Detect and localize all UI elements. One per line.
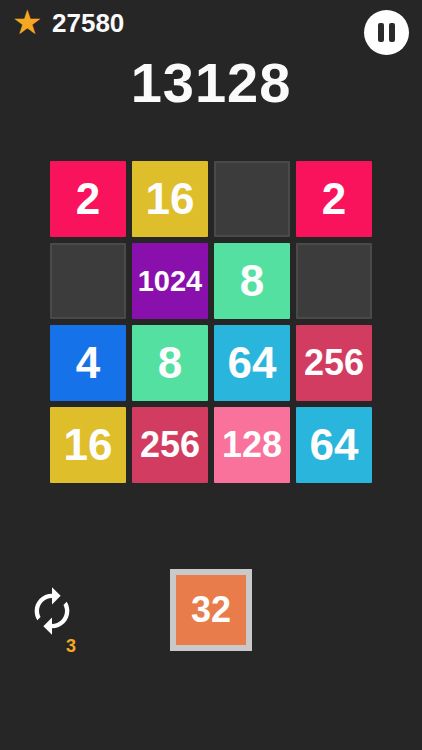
tile-16-r4c1[interactable]: 16 xyxy=(50,407,126,483)
tile-1024-r2c2[interactable]: 1024 xyxy=(132,243,208,319)
empty-cell-r2c4[interactable] xyxy=(296,243,372,319)
tile-8-r2c3[interactable]: 8 xyxy=(214,243,290,319)
refresh-button[interactable] xyxy=(26,585,78,637)
pause-icon xyxy=(378,23,395,42)
next-tile-value: 32 xyxy=(191,589,231,631)
tile-16-r1c2[interactable]: 16 xyxy=(132,161,208,237)
empty-cell-r2c1[interactable] xyxy=(50,243,126,319)
tile-256-r4c2[interactable]: 256 xyxy=(132,407,208,483)
tile-8-r3c2[interactable]: 8 xyxy=(132,325,208,401)
current-score: 13128 xyxy=(0,50,422,115)
empty-cell-r1c3[interactable] xyxy=(214,161,290,237)
pause-button[interactable] xyxy=(364,10,409,55)
tile-2-r1c4[interactable]: 2 xyxy=(296,161,372,237)
star-icon: ★ xyxy=(12,2,42,42)
next-tile[interactable]: 32 xyxy=(170,569,252,651)
tile-64-r3c3[interactable]: 64 xyxy=(214,325,290,401)
refresh-count-badge: 3 xyxy=(66,636,76,657)
best-score-label: 27580 xyxy=(52,8,124,39)
tile-64-r4c4[interactable]: 64 xyxy=(296,407,372,483)
tile-2-r1c1[interactable]: 2 xyxy=(50,161,126,237)
tile-256-r3c4[interactable]: 256 xyxy=(296,325,372,401)
tile-4-r3c1[interactable]: 4 xyxy=(50,325,126,401)
tile-128-r4c3[interactable]: 128 xyxy=(214,407,290,483)
game-board: 21621024848642561625612864 xyxy=(50,161,372,483)
